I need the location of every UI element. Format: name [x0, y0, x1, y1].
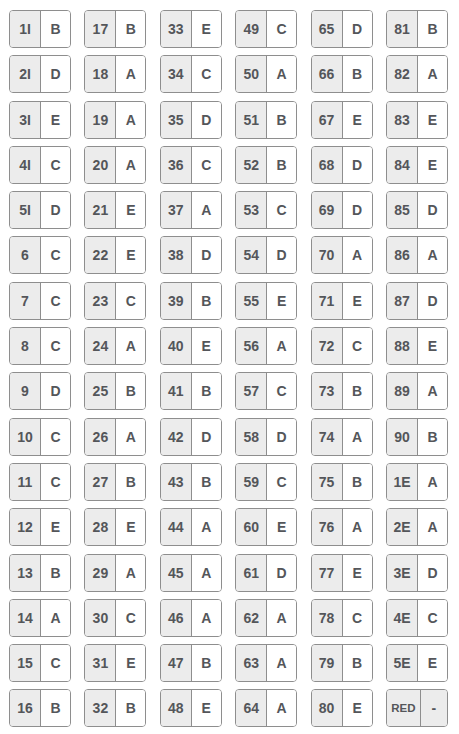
question-number: 2E: [387, 509, 418, 545]
answer-cell: 77E: [311, 554, 373, 592]
answer-letter: A: [41, 600, 70, 636]
question-number: 5E: [387, 645, 418, 681]
answer-cell: 59C: [235, 463, 297, 501]
answer-cell: 75B: [311, 463, 373, 501]
answer-cell: 1EA: [386, 463, 448, 501]
question-number: 18: [85, 56, 116, 92]
answer-cell: 29A: [84, 554, 146, 592]
answer-cell: 9D: [9, 372, 71, 410]
answer-letter: C: [192, 147, 221, 183]
answer-cell: 16B: [9, 689, 71, 727]
question-number: 34: [161, 56, 192, 92]
answer-letter: B: [192, 645, 221, 681]
question-number: 45: [161, 555, 192, 591]
answer-cell: 84E: [386, 146, 448, 184]
answer-key-grid: 1IB2ID3IE4IC5ID6C7C8C9D10C11C12E13B14A15…: [0, 0, 459, 734]
answer-cell: 74A: [311, 418, 373, 456]
answer-cell: 43B: [160, 463, 222, 501]
question-number: 53: [236, 192, 267, 228]
question-number: 79: [312, 645, 343, 681]
answer-cell: 73B: [311, 372, 373, 410]
question-number: 66: [312, 56, 343, 92]
question-number: 64: [236, 690, 267, 726]
answer-letter: B: [41, 690, 70, 726]
answer-letter: A: [116, 419, 145, 455]
question-number: 86: [387, 237, 418, 273]
answer-letter: B: [116, 373, 145, 409]
question-number: 25: [85, 373, 116, 409]
answer-cell: 66B: [311, 55, 373, 93]
answer-letter: B: [192, 373, 221, 409]
answer-letter: B: [41, 11, 70, 47]
question-number: 57: [236, 373, 267, 409]
question-number: 41: [161, 373, 192, 409]
answer-letter: -: [421, 690, 447, 726]
question-number: 88: [387, 328, 418, 364]
answer-cell: 27B: [84, 463, 146, 501]
answer-letter: D: [41, 192, 70, 228]
answer-letter: C: [267, 192, 296, 228]
question-number: 30: [85, 600, 116, 636]
answer-cell: 69D: [311, 191, 373, 229]
question-number: 52: [236, 147, 267, 183]
answer-letter: E: [418, 147, 447, 183]
question-number: 5I: [10, 192, 41, 228]
question-number: 6: [10, 237, 41, 273]
question-number: 32: [85, 690, 116, 726]
question-number: 90: [387, 419, 418, 455]
question-number: 73: [312, 373, 343, 409]
answer-letter: B: [41, 555, 70, 591]
answer-letter: B: [418, 419, 447, 455]
question-number: 27: [85, 464, 116, 500]
answer-cell: 60E: [235, 508, 297, 546]
answer-letter: E: [343, 102, 372, 138]
answer-letter: D: [267, 555, 296, 591]
answer-letter: C: [116, 600, 145, 636]
question-number: 35: [161, 102, 192, 138]
answer-letter: A: [192, 509, 221, 545]
question-number: 7: [10, 283, 41, 319]
question-number: 70: [312, 237, 343, 273]
question-number: 56: [236, 328, 267, 364]
answer-letter: B: [418, 11, 447, 47]
answer-cell: 48E: [160, 689, 222, 727]
answer-cell: 52B: [235, 146, 297, 184]
answer-letter: A: [116, 555, 145, 591]
answer-letter: C: [41, 464, 70, 500]
answer-letter: E: [41, 102, 70, 138]
answer-cell: 42D: [160, 418, 222, 456]
question-number: 60: [236, 509, 267, 545]
question-number: 67: [312, 102, 343, 138]
answer-letter: B: [267, 102, 296, 138]
answer-cell: 34C: [160, 55, 222, 93]
question-number: 47: [161, 645, 192, 681]
answer-cell: 19A: [84, 101, 146, 139]
answer-letter: C: [267, 11, 296, 47]
question-number: 71: [312, 283, 343, 319]
answer-cell: 7C: [9, 282, 71, 320]
question-number: 61: [236, 555, 267, 591]
question-number: 81: [387, 11, 418, 47]
answer-cell: 55E: [235, 282, 297, 320]
question-number: 14: [10, 600, 41, 636]
answer-cell: 72C: [311, 327, 373, 365]
answer-cell: 14A: [9, 599, 71, 637]
answer-cell: RED-: [386, 689, 448, 727]
question-number: 19: [85, 102, 116, 138]
answer-letter: C: [116, 283, 145, 319]
answer-letter: E: [192, 11, 221, 47]
answer-cell: 26A: [84, 418, 146, 456]
question-number: 4I: [10, 147, 41, 183]
answer-letter: C: [41, 237, 70, 273]
answer-cell: 51B: [235, 101, 297, 139]
answer-letter: A: [343, 419, 372, 455]
answer-letter: E: [192, 328, 221, 364]
answer-cell: 33E: [160, 10, 222, 48]
question-number: 49: [236, 11, 267, 47]
answer-cell: 85D: [386, 191, 448, 229]
answer-letter: E: [116, 237, 145, 273]
question-number: 74: [312, 419, 343, 455]
answer-cell: 28E: [84, 508, 146, 546]
answer-letter: A: [116, 328, 145, 364]
answer-letter: E: [418, 645, 447, 681]
answer-cell: 64A: [235, 689, 297, 727]
answer-cell: 57C: [235, 372, 297, 410]
answer-letter: E: [116, 509, 145, 545]
answer-cell: 39B: [160, 282, 222, 320]
question-number: 2I: [10, 56, 41, 92]
answer-cell: 63A: [235, 644, 297, 682]
answer-letter: D: [192, 102, 221, 138]
answer-letter: D: [192, 237, 221, 273]
answer-cell: 4EC: [386, 599, 448, 637]
answer-cell: 81B: [386, 10, 448, 48]
answer-cell: 4IC: [9, 146, 71, 184]
question-number: 9: [10, 373, 41, 409]
answer-cell: 46A: [160, 599, 222, 637]
answer-cell: 30C: [84, 599, 146, 637]
question-number: RED: [387, 690, 421, 726]
answer-cell: 5EE: [386, 644, 448, 682]
question-number: 17: [85, 11, 116, 47]
answer-letter: A: [116, 147, 145, 183]
answer-cell: 41B: [160, 372, 222, 410]
question-number: 68: [312, 147, 343, 183]
question-number: 76: [312, 509, 343, 545]
question-number: 3I: [10, 102, 41, 138]
answer-letter: C: [343, 600, 372, 636]
answer-letter: D: [343, 11, 372, 47]
answer-cell: 18A: [84, 55, 146, 93]
answer-letter: D: [343, 147, 372, 183]
answer-cell: 62A: [235, 599, 297, 637]
answer-cell: 78C: [311, 599, 373, 637]
question-number: 55: [236, 283, 267, 319]
answer-cell: 5ID: [9, 191, 71, 229]
answer-letter: A: [116, 102, 145, 138]
answer-cell: 80E: [311, 689, 373, 727]
question-number: 46: [161, 600, 192, 636]
question-number: 58: [236, 419, 267, 455]
question-number: 89: [387, 373, 418, 409]
answer-cell: 3ED: [386, 554, 448, 592]
answer-letter: B: [343, 56, 372, 92]
answer-cell: 10C: [9, 418, 71, 456]
answer-letter: E: [418, 328, 447, 364]
answer-letter: C: [418, 600, 447, 636]
question-number: 84: [387, 147, 418, 183]
answer-letter: C: [41, 419, 70, 455]
answer-letter: D: [343, 192, 372, 228]
answer-cell: 89A: [386, 372, 448, 410]
answer-letter: B: [192, 464, 221, 500]
question-number: 65: [312, 11, 343, 47]
answer-letter: A: [192, 192, 221, 228]
answer-letter: D: [418, 555, 447, 591]
question-number: 12: [10, 509, 41, 545]
answer-cell: 88E: [386, 327, 448, 365]
question-number: 28: [85, 509, 116, 545]
answer-letter: B: [192, 283, 221, 319]
question-number: 78: [312, 600, 343, 636]
answer-cell: 71E: [311, 282, 373, 320]
question-number: 39: [161, 283, 192, 319]
question-number: 62: [236, 600, 267, 636]
question-number: 1I: [10, 11, 41, 47]
answer-cell: 38D: [160, 236, 222, 274]
answer-letter: B: [343, 645, 372, 681]
answer-letter: A: [192, 555, 221, 591]
question-number: 23: [85, 283, 116, 319]
answer-letter: E: [192, 690, 221, 726]
answer-letter: A: [343, 237, 372, 273]
answer-letter: A: [418, 464, 447, 500]
question-number: 24: [85, 328, 116, 364]
answer-cell: 44A: [160, 508, 222, 546]
question-number: 20: [85, 147, 116, 183]
answer-letter: C: [41, 283, 70, 319]
question-number: 13: [10, 555, 41, 591]
question-number: 75: [312, 464, 343, 500]
answer-letter: E: [41, 509, 70, 545]
answer-letter: D: [418, 283, 447, 319]
answer-cell: 31E: [84, 644, 146, 682]
answer-letter: A: [343, 509, 372, 545]
answer-cell: 15C: [9, 644, 71, 682]
question-number: 80: [312, 690, 343, 726]
answer-cell: 35D: [160, 101, 222, 139]
answer-cell: 13B: [9, 554, 71, 592]
answer-cell: 79B: [311, 644, 373, 682]
answer-cell: 11C: [9, 463, 71, 501]
question-number: 26: [85, 419, 116, 455]
answer-cell: 50A: [235, 55, 297, 93]
question-number: 87: [387, 283, 418, 319]
question-number: 16: [10, 690, 41, 726]
answer-letter: E: [267, 509, 296, 545]
answer-letter: D: [192, 419, 221, 455]
answer-cell: 65D: [311, 10, 373, 48]
question-number: 38: [161, 237, 192, 273]
answer-cell: 82A: [386, 55, 448, 93]
answer-letter: C: [41, 147, 70, 183]
answer-cell: 70A: [311, 236, 373, 274]
answer-letter: C: [41, 328, 70, 364]
question-number: 85: [387, 192, 418, 228]
answer-cell: 68D: [311, 146, 373, 184]
question-number: 40: [161, 328, 192, 364]
answer-letter: A: [418, 237, 447, 273]
answer-letter: E: [343, 690, 372, 726]
answer-letter: A: [267, 328, 296, 364]
answer-cell: 67E: [311, 101, 373, 139]
answer-letter: E: [116, 645, 145, 681]
question-number: 82: [387, 56, 418, 92]
answer-cell: 58D: [235, 418, 297, 456]
question-number: 15: [10, 645, 41, 681]
question-number: 29: [85, 555, 116, 591]
answer-letter: D: [41, 373, 70, 409]
answer-letter: D: [267, 237, 296, 273]
answer-cell: 22E: [84, 236, 146, 274]
question-number: 3E: [387, 555, 418, 591]
answer-cell: 3IE: [9, 101, 71, 139]
answer-letter: D: [41, 56, 70, 92]
question-number: 36: [161, 147, 192, 183]
answer-cell: 2ID: [9, 55, 71, 93]
answer-letter: E: [343, 555, 372, 591]
answer-cell: 40E: [160, 327, 222, 365]
question-number: 8: [10, 328, 41, 364]
answer-letter: E: [116, 192, 145, 228]
question-number: 54: [236, 237, 267, 273]
question-number: 37: [161, 192, 192, 228]
answer-letter: C: [267, 464, 296, 500]
answer-letter: A: [267, 56, 296, 92]
answer-letter: A: [267, 690, 296, 726]
answer-cell: 90B: [386, 418, 448, 456]
answer-letter: D: [418, 192, 447, 228]
answer-letter: B: [267, 147, 296, 183]
answer-cell: 47B: [160, 644, 222, 682]
question-number: 42: [161, 419, 192, 455]
answer-letter: C: [192, 56, 221, 92]
question-number: 33: [161, 11, 192, 47]
question-number: 63: [236, 645, 267, 681]
question-number: 21: [85, 192, 116, 228]
answer-letter: B: [343, 464, 372, 500]
question-number: 43: [161, 464, 192, 500]
answer-letter: A: [418, 509, 447, 545]
answer-letter: A: [267, 645, 296, 681]
answer-cell: 61D: [235, 554, 297, 592]
answer-cell: 49C: [235, 10, 297, 48]
answer-cell: 12E: [9, 508, 71, 546]
answer-cell: 86A: [386, 236, 448, 274]
answer-cell: 32B: [84, 689, 146, 727]
answer-letter: A: [267, 600, 296, 636]
answer-cell: 6C: [9, 236, 71, 274]
answer-letter: B: [116, 690, 145, 726]
question-number: 77: [312, 555, 343, 591]
question-number: 48: [161, 690, 192, 726]
question-number: 50: [236, 56, 267, 92]
question-number: 83: [387, 102, 418, 138]
question-number: 44: [161, 509, 192, 545]
answer-letter: C: [343, 328, 372, 364]
answer-cell: 76A: [311, 508, 373, 546]
question-number: 1E: [387, 464, 418, 500]
answer-letter: A: [192, 600, 221, 636]
answer-cell: 1IB: [9, 10, 71, 48]
answer-cell: 53C: [235, 191, 297, 229]
question-number: 22: [85, 237, 116, 273]
answer-cell: 83E: [386, 101, 448, 139]
answer-letter: C: [267, 373, 296, 409]
answer-cell: 21E: [84, 191, 146, 229]
answer-letter: C: [41, 645, 70, 681]
answer-cell: 54D: [235, 236, 297, 274]
question-number: 51: [236, 102, 267, 138]
answer-cell: 8C: [9, 327, 71, 365]
answer-letter: E: [343, 283, 372, 319]
answer-cell: 20A: [84, 146, 146, 184]
answer-letter: A: [418, 373, 447, 409]
answer-cell: 23C: [84, 282, 146, 320]
question-number: 59: [236, 464, 267, 500]
answer-letter: E: [267, 283, 296, 319]
answer-letter: A: [116, 56, 145, 92]
answer-cell: 56A: [235, 327, 297, 365]
question-number: 72: [312, 328, 343, 364]
question-number: 31: [85, 645, 116, 681]
answer-cell: 36C: [160, 146, 222, 184]
answer-letter: B: [116, 11, 145, 47]
answer-letter: E: [418, 102, 447, 138]
answer-letter: D: [267, 419, 296, 455]
answer-cell: 25B: [84, 372, 146, 410]
answer-letter: B: [343, 373, 372, 409]
question-number: 11: [10, 464, 41, 500]
answer-cell: 2EA: [386, 508, 448, 546]
answer-cell: 87D: [386, 282, 448, 320]
answer-cell: 45A: [160, 554, 222, 592]
question-number: 10: [10, 419, 41, 455]
question-number: 4E: [387, 600, 418, 636]
question-number: 69: [312, 192, 343, 228]
answer-cell: 37A: [160, 191, 222, 229]
answer-cell: 17B: [84, 10, 146, 48]
answer-letter: A: [418, 56, 447, 92]
answer-cell: 24A: [84, 327, 146, 365]
answer-letter: B: [116, 464, 145, 500]
